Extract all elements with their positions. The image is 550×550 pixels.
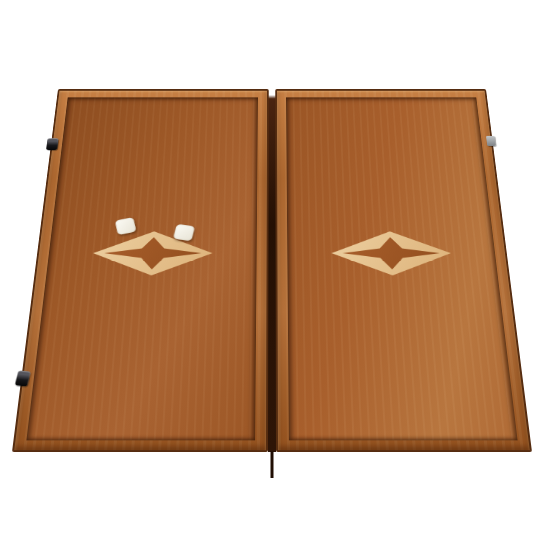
quadrant-bottom-left (26, 292, 256, 440)
case-front-edge (10, 451, 534, 478)
scene (0, 0, 550, 550)
diamond-star-icon (340, 236, 443, 270)
right-middle-band (287, 216, 500, 292)
front-seam-line (271, 451, 274, 478)
quadrant-top-right (286, 97, 490, 215)
board-plane (12, 89, 532, 452)
right-playing-field (286, 97, 518, 440)
hinge-icon (486, 136, 496, 146)
diamond-inlay (331, 231, 453, 275)
diamond-inlay (91, 231, 213, 275)
die-2[interactable] (173, 224, 195, 241)
left-middle-band (44, 216, 257, 292)
quadrant-top-left (53, 97, 257, 215)
quadrant-bottom-right (288, 292, 518, 440)
board-right-half (275, 89, 532, 452)
board-left-half (12, 89, 269, 452)
backgammon-board (12, 89, 532, 452)
clasp-latch-icon[interactable] (46, 138, 59, 150)
diamond-star-icon (101, 236, 204, 270)
left-playing-field (26, 97, 258, 440)
clasp-latch-icon[interactable] (15, 370, 31, 386)
